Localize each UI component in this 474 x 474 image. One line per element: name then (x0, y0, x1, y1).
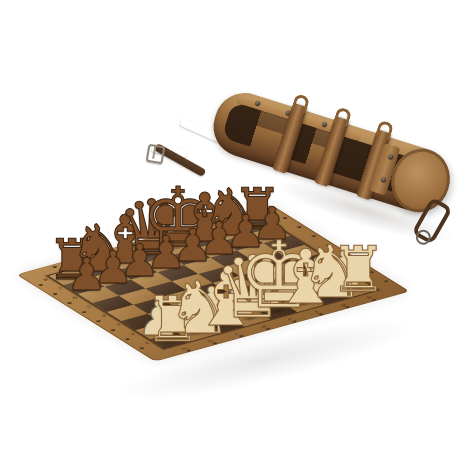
leather-board-mat: ♜♞♝♛♚♝♞♜♟♟♟♟♟♟♟♟♟♟♟♟♟♟♟♟♜♞♝♛♚♝♞♜ abcdefg… (16, 205, 410, 362)
border-rivet-icon (80, 311, 86, 314)
strap-buckle-icon (146, 144, 166, 165)
playing-field: ♜♞♝♛♚♝♞♜♟♟♟♟♟♟♟♟♟♟♟♟♟♟♟♟♜♞♝♛♚♝♞♜ (49, 218, 376, 348)
border-rivet-icon (66, 302, 72, 305)
square-h1[interactable]: ♜ (336, 281, 377, 297)
white-rook-glyph: ♜ (289, 238, 429, 301)
chess-set-product-photo: ♜♞♝♛♚♝♞♜♟♟♟♟♟♟♟♟♟♟♟♟♟♟♟♟♜♞♝♛♚♝♞♜ abcdefg… (0, 0, 474, 474)
